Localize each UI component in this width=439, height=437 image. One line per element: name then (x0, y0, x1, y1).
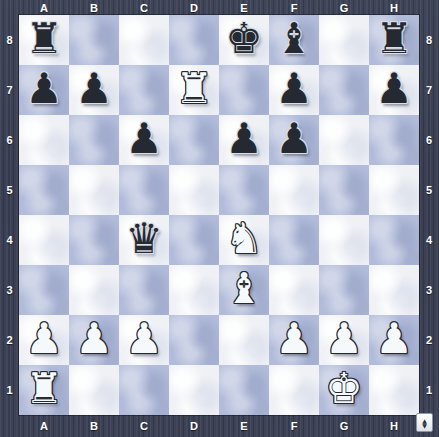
square-f2[interactable]: ♟ (269, 315, 319, 365)
piece-white-pawn[interactable]: ♟ (125, 314, 163, 364)
file-label-d: D (169, 420, 219, 432)
square-d3[interactable] (169, 265, 219, 315)
rank-labels-right: 87654321 (419, 15, 439, 415)
piece-black-pawn[interactable]: ♟ (375, 64, 413, 114)
square-e4[interactable]: ♞ (219, 215, 269, 265)
square-c4[interactable]: ♛ (119, 215, 169, 265)
square-e8[interactable]: ♚ (219, 15, 269, 65)
piece-black-pawn[interactable]: ♟ (275, 114, 313, 164)
piece-black-king[interactable]: ♚ (225, 14, 263, 64)
rank-label-8: 8 (419, 15, 439, 65)
rank-label-4: 4 (419, 215, 439, 265)
piece-black-pawn[interactable]: ♟ (275, 64, 313, 114)
square-e1[interactable] (219, 365, 269, 415)
square-b2[interactable]: ♟ (69, 315, 119, 365)
square-c2[interactable]: ♟ (119, 315, 169, 365)
square-c6[interactable]: ♟ (119, 115, 169, 165)
piece-black-pawn[interactable]: ♟ (125, 114, 163, 164)
square-d4[interactable] (169, 215, 219, 265)
square-d2[interactable] (169, 315, 219, 365)
square-g2[interactable]: ♟ (319, 315, 369, 365)
square-c8[interactable] (119, 15, 169, 65)
piece-white-pawn[interactable]: ♟ (75, 314, 113, 364)
square-d1[interactable] (169, 365, 219, 415)
piece-white-pawn[interactable]: ♟ (275, 314, 313, 364)
rank-label-1: 1 (0, 365, 19, 415)
square-c5[interactable] (119, 165, 169, 215)
piece-black-bishop[interactable]: ♝ (275, 14, 313, 64)
square-g1[interactable]: ♚ (319, 365, 369, 415)
square-g8[interactable] (319, 15, 369, 65)
rank-label-8: 8 (0, 15, 19, 65)
file-labels-bottom: ABCDEFGH (19, 415, 419, 437)
file-label-f: F (269, 2, 319, 14)
piece-white-knight[interactable]: ♞ (225, 214, 263, 264)
square-e6[interactable]: ♟ (219, 115, 269, 165)
square-g5[interactable] (319, 165, 369, 215)
square-b5[interactable] (69, 165, 119, 215)
square-d8[interactable] (169, 15, 219, 65)
square-g3[interactable] (319, 265, 369, 315)
piece-white-pawn[interactable]: ♟ (375, 314, 413, 364)
square-a5[interactable] (19, 165, 69, 215)
square-h3[interactable] (369, 265, 419, 315)
file-label-e: E (219, 2, 269, 14)
file-label-a: A (19, 2, 69, 14)
square-b1[interactable] (69, 365, 119, 415)
rank-label-5: 5 (0, 165, 19, 215)
square-a8[interactable]: ♜ (19, 15, 69, 65)
square-f7[interactable]: ♟ (269, 65, 319, 115)
file-label-d: D (169, 2, 219, 14)
rank-labels-left: 87654321 (0, 15, 19, 415)
square-b3[interactable] (69, 265, 119, 315)
square-b8[interactable] (69, 15, 119, 65)
piece-black-pawn[interactable]: ♟ (25, 64, 63, 114)
square-c7[interactable] (119, 65, 169, 115)
square-f6[interactable]: ♟ (269, 115, 319, 165)
board: ♜♚♝♜♟♟♜♟♟♟♟♟♛♞♝♟♟♟♟♟♟♜♚ (19, 15, 419, 415)
piece-black-rook[interactable]: ♜ (375, 14, 413, 64)
file-label-f: F (269, 420, 319, 432)
square-a4[interactable] (19, 215, 69, 265)
square-h6[interactable] (369, 115, 419, 165)
piece-white-rook[interactable]: ♜ (25, 364, 63, 414)
square-e5[interactable] (219, 165, 269, 215)
square-d5[interactable] (169, 165, 219, 215)
square-f3[interactable] (269, 265, 319, 315)
square-f4[interactable] (269, 215, 319, 265)
square-c1[interactable] (119, 365, 169, 415)
square-a2[interactable]: ♟ (19, 315, 69, 365)
rank-label-7: 7 (0, 65, 19, 115)
square-g4[interactable] (319, 215, 369, 265)
file-label-c: C (119, 2, 169, 14)
file-label-b: B (69, 2, 119, 14)
board-spin-button[interactable]: ▲ ▼ (416, 413, 433, 432)
file-label-h: H (369, 2, 419, 14)
piece-white-pawn[interactable]: ♟ (25, 314, 63, 364)
arrow-down-icon: ▼ (422, 423, 427, 428)
square-a1[interactable]: ♜ (19, 365, 69, 415)
file-label-a: A (19, 420, 69, 432)
file-labels-top: ABCDEFGH (19, 0, 419, 15)
square-h5[interactable] (369, 165, 419, 215)
chess-board-window: ABCDEFGH ABCDEFGH 87654321 87654321 ♜♚♝♜… (0, 0, 439, 437)
square-b6[interactable] (69, 115, 119, 165)
square-a6[interactable] (19, 115, 69, 165)
piece-black-queen[interactable]: ♛ (125, 214, 163, 264)
file-label-g: G (319, 2, 369, 14)
square-c3[interactable] (119, 265, 169, 315)
square-f8[interactable]: ♝ (269, 15, 319, 65)
square-e7[interactable] (219, 65, 269, 115)
rank-label-6: 6 (419, 115, 439, 165)
square-a3[interactable] (19, 265, 69, 315)
piece-white-pawn[interactable]: ♟ (325, 314, 363, 364)
square-h1[interactable] (369, 365, 419, 415)
square-h7[interactable]: ♟ (369, 65, 419, 115)
square-g7[interactable] (319, 65, 369, 115)
rank-label-5: 5 (419, 165, 439, 215)
rank-label-3: 3 (419, 265, 439, 315)
piece-white-rook[interactable]: ♜ (175, 64, 213, 114)
rank-label-1: 1 (419, 365, 439, 415)
square-h4[interactable] (369, 215, 419, 265)
piece-black-rook[interactable]: ♜ (25, 14, 63, 64)
piece-black-pawn[interactable]: ♟ (75, 64, 113, 114)
square-h8[interactable]: ♜ (369, 15, 419, 65)
file-label-e: E (219, 420, 269, 432)
square-e2[interactable] (219, 315, 269, 365)
rank-label-4: 4 (0, 215, 19, 265)
rank-label-3: 3 (0, 265, 19, 315)
rank-label-2: 2 (419, 315, 439, 365)
file-label-b: B (69, 420, 119, 432)
square-b7[interactable]: ♟ (69, 65, 119, 115)
square-b4[interactable] (69, 215, 119, 265)
piece-white-king[interactable]: ♚ (325, 364, 363, 414)
square-a7[interactable]: ♟ (19, 65, 69, 115)
file-label-g: G (319, 420, 369, 432)
rank-label-6: 6 (0, 115, 19, 165)
rank-label-2: 2 (0, 315, 19, 365)
piece-white-bishop[interactable]: ♝ (225, 264, 263, 314)
piece-black-pawn[interactable]: ♟ (225, 114, 263, 164)
rank-label-7: 7 (419, 65, 439, 115)
square-f5[interactable] (269, 165, 319, 215)
file-label-h: H (369, 420, 419, 432)
square-g6[interactable] (319, 115, 369, 165)
square-f1[interactable] (269, 365, 319, 415)
square-e3[interactable]: ♝ (219, 265, 269, 315)
file-label-c: C (119, 420, 169, 432)
square-d7[interactable]: ♜ (169, 65, 219, 115)
square-h2[interactable]: ♟ (369, 315, 419, 365)
square-d6[interactable] (169, 115, 219, 165)
